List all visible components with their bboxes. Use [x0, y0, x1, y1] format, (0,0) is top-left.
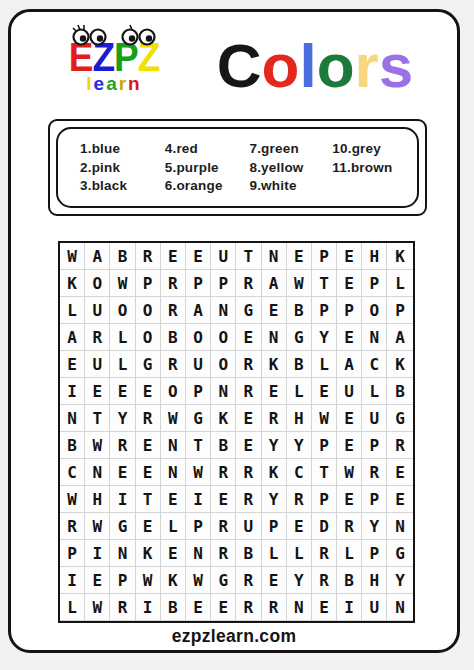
- grid-cell: E: [236, 324, 261, 351]
- grid-cell: I: [60, 378, 85, 405]
- grid-cell: N: [287, 594, 312, 621]
- grid-cell: E: [337, 243, 362, 270]
- colored-letter: l: [299, 26, 316, 106]
- grid-cell: R: [236, 567, 261, 594]
- grid-cell: E: [211, 486, 236, 513]
- word-item: 4.red: [165, 140, 250, 159]
- grid-cell: U: [85, 297, 110, 324]
- grid-cell: I: [85, 540, 110, 567]
- grid-cell: L: [387, 270, 412, 297]
- grid-cell: K: [136, 540, 161, 567]
- word-item: 1.blue: [80, 140, 165, 159]
- grid-cell: N: [211, 378, 236, 405]
- grid-cell: W: [312, 405, 337, 432]
- grid-cell: R: [136, 405, 161, 432]
- grid-cell: Y: [287, 567, 312, 594]
- grid-cell: T: [136, 486, 161, 513]
- grid-cell: L: [262, 540, 287, 567]
- grid-cell: L: [161, 513, 186, 540]
- grid-cell: N: [387, 513, 412, 540]
- grid-cell: E: [236, 432, 261, 459]
- grid-cell: R: [211, 459, 236, 486]
- grid-cell: T: [186, 432, 211, 459]
- grid-cell: O: [161, 378, 186, 405]
- grid-cell: W: [287, 270, 312, 297]
- grid-cell: P: [312, 243, 337, 270]
- word-list-box: 1.blue2.pink3.black4.red5.purple6.orange…: [48, 119, 427, 216]
- grid-cell: E: [161, 486, 186, 513]
- grid-cell: R: [236, 486, 261, 513]
- grid-cell: P: [60, 540, 85, 567]
- grid-cell: R: [211, 513, 236, 540]
- colored-letter: r: [355, 26, 379, 106]
- grid-cell: W: [337, 459, 362, 486]
- grid-cell: E: [211, 594, 236, 621]
- grid-cell: O: [211, 324, 236, 351]
- grid-cell: K: [387, 351, 412, 378]
- grid-cell: E: [312, 378, 337, 405]
- grid-cell: E: [262, 378, 287, 405]
- grid-cell: R: [211, 540, 236, 567]
- grid-cell: H: [362, 243, 387, 270]
- grid-cell: E: [161, 243, 186, 270]
- grid-cell: G: [110, 513, 135, 540]
- grid-cell: R: [312, 567, 337, 594]
- grid-cell: U: [211, 243, 236, 270]
- grid-cell: P: [110, 567, 135, 594]
- grid-cell: N: [161, 459, 186, 486]
- grid-cell: I: [337, 594, 362, 621]
- grid-cell: P: [262, 513, 287, 540]
- grid-cell: T: [312, 270, 337, 297]
- grid-cell: R: [262, 594, 287, 621]
- grid-cell: L: [60, 594, 85, 621]
- grid-cell: E: [337, 486, 362, 513]
- grid-cell: U: [362, 594, 387, 621]
- grid-cell: G: [136, 351, 161, 378]
- grid-cell: L: [312, 351, 337, 378]
- grid-cell: C: [362, 351, 387, 378]
- grid-cell: E: [337, 432, 362, 459]
- word-item: 10.grey: [332, 140, 417, 159]
- word-list-column: 4.red5.purple6.orange: [165, 140, 250, 206]
- grid-cell: K: [262, 459, 287, 486]
- grid-cell: E: [136, 513, 161, 540]
- grid-cell: B: [337, 567, 362, 594]
- grid-cell: O: [136, 324, 161, 351]
- grid-cell: W: [161, 405, 186, 432]
- grid-cell: R: [312, 540, 337, 567]
- grid-cell: P: [186, 270, 211, 297]
- grid-cell: N: [262, 243, 287, 270]
- grid-cell: Y: [262, 486, 287, 513]
- grid-cell: T: [236, 243, 261, 270]
- grid-cell: B: [110, 243, 135, 270]
- colored-letter: s: [379, 26, 413, 106]
- grid-cell: P: [312, 486, 337, 513]
- grid-cell: E: [85, 567, 110, 594]
- grid-cell: N: [60, 405, 85, 432]
- grid-cell: L: [287, 378, 312, 405]
- grid-cell: K: [387, 243, 412, 270]
- grid-cell: P: [362, 432, 387, 459]
- grid-cell: A: [337, 351, 362, 378]
- grid-cell: U: [236, 513, 261, 540]
- grid-cell: P: [312, 297, 337, 324]
- word-list: 1.blue2.pink3.black4.red5.purple6.orange…: [56, 127, 419, 208]
- grid-cell: R: [236, 378, 261, 405]
- grid-cell: H: [85, 486, 110, 513]
- grid-cell: D: [312, 513, 337, 540]
- word-list-column: 1.blue2.pink3.black: [80, 140, 165, 206]
- grid-cell: E: [337, 324, 362, 351]
- grid-cell: O: [110, 297, 135, 324]
- grid-cell: C: [287, 459, 312, 486]
- ezpz-learn-logo: EZPZ learn: [55, 24, 173, 93]
- grid-cell: E: [337, 405, 362, 432]
- worksheet-page: EZPZ learn Colors 1.blue2.pink3.black4.r…: [8, 9, 460, 653]
- grid-cell: P: [362, 540, 387, 567]
- grid-cell: G: [287, 324, 312, 351]
- grid-cell: E: [287, 513, 312, 540]
- grid-cell: K: [161, 567, 186, 594]
- grid-cell: W: [110, 270, 135, 297]
- word-item: 11.brown: [332, 159, 417, 178]
- grid-cell: R: [262, 405, 287, 432]
- grid-cell: R: [236, 270, 261, 297]
- grid-cell: E: [85, 378, 110, 405]
- grid-cell: E: [387, 486, 412, 513]
- grid-cell: H: [362, 567, 387, 594]
- grid-cell: P: [186, 378, 211, 405]
- grid-cell: N: [85, 459, 110, 486]
- grid-cell: T: [312, 459, 337, 486]
- grid-cell: E: [186, 594, 211, 621]
- grid-cell: H: [287, 405, 312, 432]
- grid-cell: U: [186, 351, 211, 378]
- word-item: 2.pink: [80, 159, 165, 178]
- grid-cell: N: [362, 324, 387, 351]
- grid-cell: A: [387, 324, 412, 351]
- grid-cell: P: [136, 270, 161, 297]
- grid-cell: P: [362, 270, 387, 297]
- word-item: 5.purple: [165, 159, 250, 178]
- grid-cell: E: [262, 567, 287, 594]
- grid-cell: P: [337, 297, 362, 324]
- grid-cell: L: [60, 297, 85, 324]
- grid-cell: L: [110, 351, 135, 378]
- grid-cell: I: [186, 486, 211, 513]
- grid-cell: N: [262, 324, 287, 351]
- grid-cell: R: [60, 513, 85, 540]
- grid-cell: P: [362, 486, 387, 513]
- grid-cell: G: [211, 567, 236, 594]
- grid-cell: L: [337, 540, 362, 567]
- grid-cell: I: [60, 567, 85, 594]
- word-search-grid: WABREEUTNEPEHKKOWPRPPRAWTEPLLUOORANGEBPP…: [58, 241, 415, 623]
- word-item: 7.green: [249, 140, 332, 159]
- grid-cell: R: [287, 486, 312, 513]
- grid-cell: E: [287, 243, 312, 270]
- grid-cell: K: [211, 405, 236, 432]
- grid-cell: E: [236, 405, 261, 432]
- word-item: 3.black: [80, 177, 165, 196]
- grid-cell: O: [85, 270, 110, 297]
- grid-cell: P: [387, 297, 412, 324]
- grid-cell: E: [262, 297, 287, 324]
- eye-pair-right-icon: [120, 24, 158, 46]
- colored-letter: o: [317, 26, 355, 106]
- word-list-column: 10.grey11.brown: [332, 140, 417, 206]
- grid-cell: G: [387, 540, 412, 567]
- grid-cell: R: [236, 459, 261, 486]
- grid-cell: L: [110, 324, 135, 351]
- colored-letter: o: [262, 26, 300, 106]
- grid-cell: G: [186, 405, 211, 432]
- grid-cell: Y: [362, 513, 387, 540]
- grid-cell: K: [60, 270, 85, 297]
- grid-cell: R: [110, 432, 135, 459]
- grid-cell: R: [387, 432, 412, 459]
- grid-cell: U: [362, 405, 387, 432]
- grid-cell: E: [161, 540, 186, 567]
- grid-cell: B: [161, 324, 186, 351]
- page-title: Colors: [179, 26, 451, 110]
- grid-cell: R: [161, 297, 186, 324]
- grid-cell: B: [287, 351, 312, 378]
- grid-cell: W: [60, 243, 85, 270]
- grid-cell: E: [110, 459, 135, 486]
- grid-cell: E: [136, 378, 161, 405]
- grid-cell: E: [312, 594, 337, 621]
- grid-cell: Y: [312, 324, 337, 351]
- grid-cell: B: [236, 540, 261, 567]
- grid-cell: E: [337, 270, 362, 297]
- grid-cell: R: [337, 513, 362, 540]
- grid-cell: O: [186, 324, 211, 351]
- grid-cell: A: [262, 270, 287, 297]
- grid-cell: G: [387, 405, 412, 432]
- grid-cell: Y: [387, 567, 412, 594]
- grid-cell: R: [85, 324, 110, 351]
- grid-cell: I: [110, 486, 135, 513]
- grid-cell: U: [337, 378, 362, 405]
- grid-cell: N: [161, 432, 186, 459]
- word-item: 8.yellow: [249, 159, 332, 178]
- grid-cell: Y: [110, 405, 135, 432]
- grid-cell: R: [110, 594, 135, 621]
- grid-cell: L: [362, 378, 387, 405]
- grid-cell: R: [236, 594, 261, 621]
- grid-cell: E: [136, 432, 161, 459]
- grid-cell: W: [85, 513, 110, 540]
- logo-eyes-icon: [55, 24, 173, 46]
- colored-letter: C: [217, 26, 262, 106]
- grid-cell: W: [60, 486, 85, 513]
- grid-cell: E: [136, 459, 161, 486]
- grid-cell: G: [236, 297, 261, 324]
- grid-cell: A: [60, 324, 85, 351]
- grid-cell: Y: [262, 432, 287, 459]
- grid-cell: T: [85, 405, 110, 432]
- grid-cell: W: [85, 594, 110, 621]
- grid-cell: P: [186, 513, 211, 540]
- grid-cell: E: [186, 243, 211, 270]
- grid-cell: B: [211, 432, 236, 459]
- grid-cell: R: [136, 243, 161, 270]
- eye-pair-left-icon: [70, 24, 108, 46]
- footer-url: ezpzlearn.com: [11, 626, 457, 647]
- grid-cell: B: [161, 594, 186, 621]
- grid-cell: E: [60, 351, 85, 378]
- grid-cell: O: [136, 297, 161, 324]
- grid-cell: W: [136, 567, 161, 594]
- grid-cell: B: [60, 432, 85, 459]
- grid-cell: Y: [287, 432, 312, 459]
- grid-cell: O: [362, 297, 387, 324]
- grid-cell: E: [110, 378, 135, 405]
- grid-cell: R: [236, 351, 261, 378]
- grid-cell: R: [362, 459, 387, 486]
- grid-cell: R: [161, 270, 186, 297]
- grid-cell: A: [85, 243, 110, 270]
- grid-cell: K: [262, 351, 287, 378]
- grid-cell: O: [211, 351, 236, 378]
- grid-cell: R: [161, 351, 186, 378]
- grid-cell: N: [110, 540, 135, 567]
- grid-cell: N: [211, 297, 236, 324]
- grid-cell: C: [60, 459, 85, 486]
- word-list-column: 7.green8.yellow9.white: [249, 140, 332, 206]
- grid-cell: W: [186, 459, 211, 486]
- grid-cell: P: [312, 432, 337, 459]
- grid-cell: A: [186, 297, 211, 324]
- grid-cell: U: [85, 351, 110, 378]
- grid-cell: I: [136, 594, 161, 621]
- grid-cell: P: [211, 270, 236, 297]
- word-item: 9.white: [249, 177, 332, 196]
- grid-cell: W: [85, 432, 110, 459]
- grid-cell: W: [186, 567, 211, 594]
- grid-cell: E: [387, 459, 412, 486]
- grid-cell: B: [287, 297, 312, 324]
- grid-cell: N: [186, 540, 211, 567]
- grid-cell: N: [387, 594, 412, 621]
- word-item: 6.orange: [165, 177, 250, 196]
- grid-cell: L: [287, 540, 312, 567]
- grid-cell: B: [387, 378, 412, 405]
